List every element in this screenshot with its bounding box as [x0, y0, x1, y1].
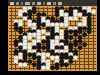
titlebar-glyph[interactable] [10, 2, 14, 5]
go-board-grid: ●●●●●●●●●●●●●●●●●●●●●●●●●●●●●●●●●●●●●●●●… [9, 7, 96, 70]
titlebar-glyph[interactable] [37, 2, 41, 5]
titlebar-glyph[interactable] [43, 2, 45, 5]
titlebar-glyph[interactable] [58, 2, 62, 5]
titlebar-glyph[interactable] [25, 2, 30, 5]
go-board[interactable]: ●●●●●●●●●●●●●●●●●●●●●●●●●●●●●●●●●●●●●●●●… [8, 6, 97, 71]
titlebar-glyph[interactable] [16, 2, 19, 5]
titlebar-glyph[interactable] [53, 2, 56, 5]
titlebar-glyph[interactable] [21, 2, 23, 5]
titlebar-glyph[interactable] [32, 2, 35, 5]
titlebar-glyph[interactable] [47, 2, 51, 5]
app-window: ●●●●●●●●●●●●●●●●●●●●●●●●●●●●●●●●●●●●●●●●… [0, 0, 100, 75]
intersection-r19c19[interactable] [91, 67, 96, 70]
